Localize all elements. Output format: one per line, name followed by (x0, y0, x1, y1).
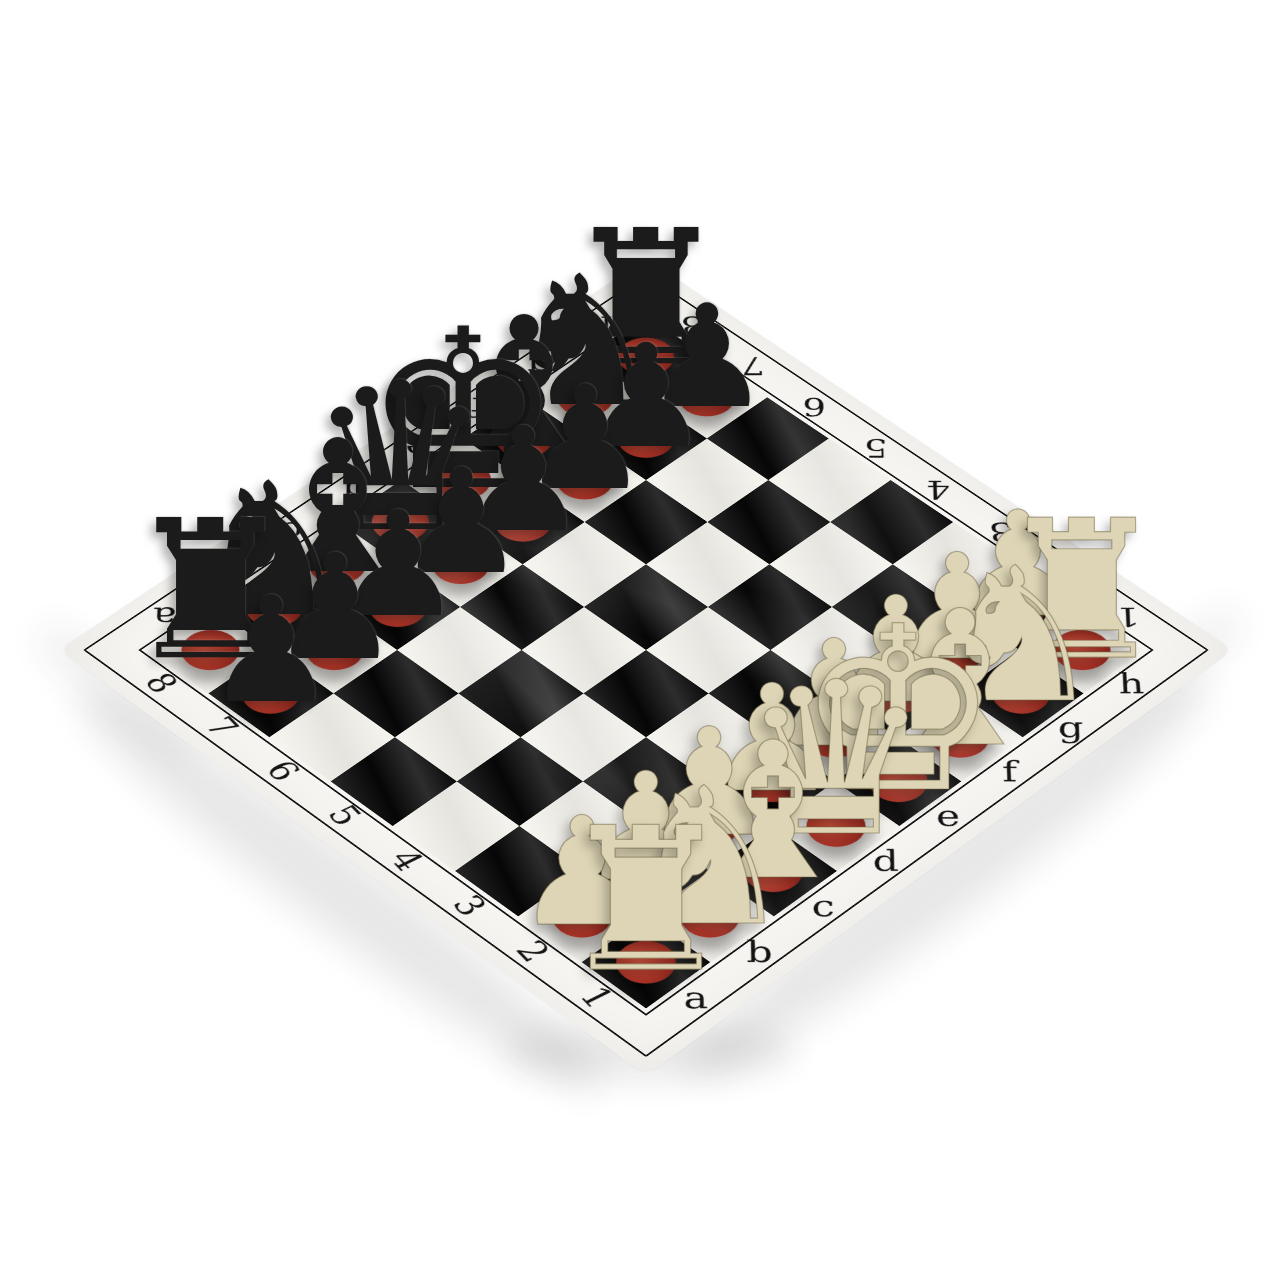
felt-base-f2 (855, 665, 937, 722)
felt-base-g7 (606, 411, 686, 466)
felt-base-d7 (420, 536, 501, 592)
felt-base-e8 (422, 453, 503, 508)
felt-base-c1 (731, 841, 815, 901)
file-label-f-near: f (1002, 755, 1018, 788)
felt-base-f7 (545, 453, 626, 508)
felt-base-f8 (484, 411, 564, 466)
felt-base-f1 (919, 708, 1002, 766)
felt-base-h7 (667, 370, 747, 424)
felt-base-b2 (604, 841, 688, 901)
chess-board (138, 310, 1153, 1016)
felt-base-e7 (483, 494, 564, 550)
scene: aabbccddeeffgghh1122334455667788 (0, 0, 1280, 1280)
felt-base-g2 (916, 622, 998, 679)
file-label-c-far: c (280, 516, 303, 547)
file-label-f-far: f (471, 392, 486, 422)
mat-surface: aabbccddeeffgghh1122334455667788 (59, 259, 1233, 1076)
felt-base-g8 (545, 370, 625, 424)
rank-label-4-right: 4 (926, 475, 951, 505)
felt-base-e1 (857, 752, 940, 811)
rank-label-6-right: 6 (802, 392, 826, 421)
felt-base-e2 (793, 708, 876, 766)
file-label-c-near: c (811, 889, 835, 923)
felt-base-a8 (169, 622, 251, 679)
felt-base-h1 (1041, 622, 1123, 679)
rank-label-8-right: 8 (681, 311, 705, 340)
file-label-g-near: g (1057, 711, 1084, 743)
file-label-b-far: b (215, 559, 242, 590)
file-label-e-near: e (935, 799, 960, 832)
felt-base-d2 (731, 752, 814, 811)
file-label-d-near: d (872, 844, 899, 877)
felt-base-b1 (668, 886, 752, 946)
rank-label-2-right: 2 (1052, 559, 1077, 589)
felt-base-d8 (360, 494, 441, 550)
rank-label-7-right: 7 (741, 351, 765, 380)
file-label-e-far: e (405, 433, 429, 464)
file-label-g-far: g (527, 351, 552, 381)
file-label-d-far: d (341, 475, 367, 506)
felt-base-a1 (604, 932, 689, 993)
file-label-h-far: h (588, 311, 613, 341)
felt-base-a7 (230, 665, 312, 722)
file-label-b-near: b (746, 935, 773, 969)
file-label-a-far: a (152, 601, 177, 633)
rank-label-1-right: 1 (1115, 602, 1141, 632)
felt-base-b7 (294, 622, 376, 679)
felt-base-c8 (297, 536, 378, 592)
chess-set-photo: aabbccddeeffgghh1122334455667788 ♜♞♝♛♚♝♞… (0, 0, 1280, 1280)
felt-base-a2 (540, 886, 624, 946)
rank-label-3-right: 3 (988, 517, 1013, 547)
felt-base-h8 (606, 330, 686, 384)
felt-base-h2 (977, 579, 1059, 635)
felt-base-d1 (794, 797, 877, 856)
file-label-a-near: a (683, 981, 708, 1015)
felt-base-c2 (668, 797, 751, 856)
file-label-h-near: h (1118, 667, 1145, 699)
rank-label-5-right: 5 (864, 433, 888, 462)
felt-base-g1 (980, 665, 1062, 722)
felt-base-c7 (357, 579, 439, 635)
felt-base-b8 (233, 579, 315, 635)
vinyl-chess-mat: aabbccddeeffgghh1122334455667788 (59, 259, 1233, 1076)
